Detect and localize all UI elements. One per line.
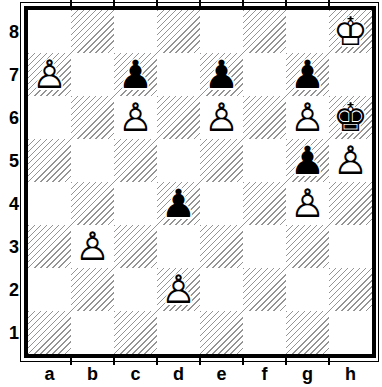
square-b1[interactable] (71, 311, 114, 354)
square-d6[interactable] (157, 96, 200, 139)
white-pawn-glyph: ♙ (118, 96, 153, 139)
rank-label-3: 3 (4, 237, 24, 257)
square-f5[interactable] (243, 139, 286, 182)
square-b3[interactable]: ♟♙ (71, 225, 114, 268)
rank-label-5: 5 (4, 151, 24, 171)
square-h5[interactable]: ♟♙ (329, 139, 372, 182)
chess-diagram: ♚♔♟♙♟♟♟♟♙♟♙♟♙♚♟♟♙♟♟♙♟♙♟♙ 87654321 abcdef… (0, 0, 382, 387)
square-f7[interactable] (243, 53, 286, 96)
frame-tick (70, 0, 72, 7)
square-a3[interactable] (28, 225, 71, 268)
white-pawn-glyph: ♙ (204, 96, 239, 139)
square-c7[interactable]: ♟ (114, 53, 157, 96)
file-label-b: b (71, 364, 114, 384)
square-g5[interactable]: ♟ (286, 139, 329, 182)
square-c1[interactable] (114, 311, 157, 354)
square-a7[interactable]: ♟♙ (28, 53, 71, 96)
square-d5[interactable] (157, 139, 200, 182)
rank-label-8: 8 (4, 22, 24, 42)
white-pawn-glyph: ♙ (161, 268, 196, 311)
square-c5[interactable] (114, 139, 157, 182)
square-e2[interactable] (200, 268, 243, 311)
square-a6[interactable] (28, 96, 71, 139)
square-f8[interactable] (243, 10, 286, 53)
square-d7[interactable] (157, 53, 200, 96)
piece-black-pawn-g7[interactable]: ♟ (286, 53, 329, 96)
white-king-glyph: ♔ (333, 10, 368, 53)
square-e3[interactable] (200, 225, 243, 268)
square-b2[interactable] (71, 268, 114, 311)
square-g4[interactable]: ♟♙ (286, 182, 329, 225)
rank-label-6: 6 (4, 108, 24, 128)
piece-white-pawn-a7[interactable]: ♟♙ (28, 53, 71, 96)
file-label-f: f (243, 364, 286, 384)
piece-white-pawn-b3[interactable]: ♟♙ (71, 225, 114, 268)
square-h3[interactable] (329, 225, 372, 268)
file-label-a: a (28, 364, 71, 384)
square-e1[interactable] (200, 311, 243, 354)
piece-black-pawn-e7[interactable]: ♟ (200, 53, 243, 96)
frame-tick (199, 0, 201, 7)
square-a5[interactable] (28, 139, 71, 182)
black-pawn-glyph: ♟ (290, 139, 325, 182)
square-d2[interactable]: ♟♙ (157, 268, 200, 311)
square-d8[interactable] (157, 10, 200, 53)
file-label-c: c (114, 364, 157, 384)
piece-white-pawn-h5[interactable]: ♟♙ (329, 139, 372, 182)
square-c8[interactable] (114, 10, 157, 53)
white-pawn-glyph: ♙ (290, 182, 325, 225)
square-g1[interactable] (286, 311, 329, 354)
square-a1[interactable] (28, 311, 71, 354)
file-label-e: e (200, 364, 243, 384)
square-f6[interactable] (243, 96, 286, 139)
square-c2[interactable] (114, 268, 157, 311)
square-d3[interactable] (157, 225, 200, 268)
frame-tick (113, 0, 115, 7)
square-h2[interactable] (329, 268, 372, 311)
square-h6[interactable]: ♚ (329, 96, 372, 139)
piece-white-king-h8[interactable]: ♚♔ (329, 10, 372, 53)
white-pawn-glyph: ♙ (290, 96, 325, 139)
frame-tick (242, 0, 244, 7)
square-e6[interactable]: ♟♙ (200, 96, 243, 139)
square-d4[interactable]: ♟ (157, 182, 200, 225)
square-f1[interactable] (243, 311, 286, 354)
square-h7[interactable] (329, 53, 372, 96)
board-grid: ♚♔♟♙♟♟♟♟♙♟♙♟♙♚♟♟♙♟♟♙♟♙♟♙ (28, 10, 372, 354)
white-pawn-glyph: ♙ (75, 225, 110, 268)
piece-black-pawn-d4[interactable]: ♟ (157, 182, 200, 225)
rank-label-1: 1 (4, 323, 24, 343)
square-h8[interactable]: ♚♔ (329, 10, 372, 53)
square-g6[interactable]: ♟♙ (286, 96, 329, 139)
square-h1[interactable] (329, 311, 372, 354)
square-g7[interactable]: ♟ (286, 53, 329, 96)
piece-white-pawn-d2[interactable]: ♟♙ (157, 268, 200, 311)
square-b6[interactable] (71, 96, 114, 139)
piece-black-king-h6[interactable]: ♚ (329, 96, 372, 139)
square-e5[interactable] (200, 139, 243, 182)
piece-white-pawn-g4[interactable]: ♟♙ (286, 182, 329, 225)
frame-tick (328, 0, 330, 7)
file-label-h: h (329, 364, 372, 384)
piece-white-pawn-g6[interactable]: ♟♙ (286, 96, 329, 139)
frame-tick (156, 0, 158, 7)
file-label-g: g (286, 364, 329, 384)
square-c4[interactable] (114, 182, 157, 225)
square-a4[interactable] (28, 182, 71, 225)
square-e4[interactable] (200, 182, 243, 225)
square-d1[interactable] (157, 311, 200, 354)
rank-label-7: 7 (4, 65, 24, 85)
piece-white-pawn-c6[interactable]: ♟♙ (114, 96, 157, 139)
square-g8[interactable] (286, 10, 329, 53)
rank-label-4: 4 (4, 194, 24, 214)
square-e7[interactable]: ♟ (200, 53, 243, 96)
square-b4[interactable] (71, 182, 114, 225)
square-b8[interactable] (71, 10, 114, 53)
square-b5[interactable] (71, 139, 114, 182)
square-a2[interactable] (28, 268, 71, 311)
black-pawn-glyph: ♟ (161, 182, 196, 225)
square-g3[interactable] (286, 225, 329, 268)
square-f3[interactable] (243, 225, 286, 268)
black-pawn-glyph: ♟ (290, 53, 325, 96)
square-c6[interactable]: ♟♙ (114, 96, 157, 139)
black-pawn-glyph: ♟ (118, 53, 153, 96)
square-e8[interactable] (200, 10, 243, 53)
piece-black-pawn-c7[interactable]: ♟ (114, 53, 157, 96)
frame-tick (285, 0, 287, 7)
white-pawn-glyph: ♙ (333, 139, 368, 182)
square-h4[interactable] (329, 182, 372, 225)
piece-black-pawn-g5[interactable]: ♟ (286, 139, 329, 182)
rank-label-2: 2 (4, 280, 24, 300)
black-king-glyph: ♚ (333, 96, 368, 139)
white-pawn-glyph: ♙ (32, 53, 67, 96)
black-pawn-glyph: ♟ (204, 53, 239, 96)
piece-white-pawn-e6[interactable]: ♟♙ (200, 96, 243, 139)
square-g2[interactable] (286, 268, 329, 311)
square-f4[interactable] (243, 182, 286, 225)
file-label-d: d (157, 364, 200, 384)
square-a8[interactable] (28, 10, 71, 53)
square-f2[interactable] (243, 268, 286, 311)
square-b7[interactable] (71, 53, 114, 96)
square-c3[interactable] (114, 225, 157, 268)
